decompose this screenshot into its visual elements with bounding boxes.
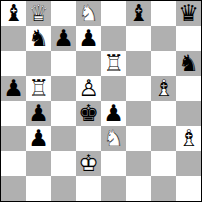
white-bishop: ♗ xyxy=(176,126,201,151)
square-e3[interactable]: ♞♘ xyxy=(101,126,126,151)
square-h3[interactable]: ♝♗ xyxy=(176,126,201,151)
square-e4[interactable]: ♟ xyxy=(101,101,126,126)
square-c1[interactable] xyxy=(51,176,76,201)
white-knight: ♘ xyxy=(76,1,101,26)
square-c7[interactable]: ♟ xyxy=(51,26,76,51)
square-f5[interactable] xyxy=(126,76,151,101)
square-h1[interactable] xyxy=(176,176,201,201)
square-g4[interactable] xyxy=(151,101,176,126)
white-knight: ♘ xyxy=(101,126,126,151)
black-pawn: ♟ xyxy=(51,26,76,51)
square-b7[interactable]: ♞ xyxy=(26,26,51,51)
square-d8[interactable]: ♞♘ xyxy=(76,1,101,26)
square-h7[interactable] xyxy=(176,26,201,51)
black-bishop: ♝ xyxy=(1,1,26,26)
white-king: ♔ xyxy=(76,151,101,176)
black-queen: ♛ xyxy=(176,1,201,26)
square-c5[interactable] xyxy=(51,76,76,101)
square-a3[interactable] xyxy=(1,126,26,151)
square-b4[interactable]: ♟ xyxy=(26,101,51,126)
square-e5[interactable] xyxy=(101,76,126,101)
square-g2[interactable] xyxy=(151,151,176,176)
square-a1[interactable] xyxy=(1,176,26,201)
square-b5[interactable]: ♜♖ xyxy=(26,76,51,101)
square-f1[interactable] xyxy=(126,176,151,201)
square-d2[interactable]: ♚♔ xyxy=(76,151,101,176)
square-f8[interactable]: ♝ xyxy=(126,1,151,26)
square-a8[interactable]: ♝ xyxy=(1,1,26,26)
square-e7[interactable] xyxy=(101,26,126,51)
square-a6[interactable] xyxy=(1,51,26,76)
square-c4[interactable] xyxy=(51,101,76,126)
square-h8[interactable]: ♛ xyxy=(176,1,201,26)
square-c8[interactable] xyxy=(51,1,76,26)
black-knight: ♞ xyxy=(176,51,201,76)
square-a5[interactable]: ♟ xyxy=(1,76,26,101)
square-g8[interactable] xyxy=(151,1,176,26)
square-b3[interactable]: ♟ xyxy=(26,126,51,151)
square-d1[interactable] xyxy=(76,176,101,201)
square-g3[interactable] xyxy=(151,126,176,151)
square-h2[interactable] xyxy=(176,151,201,176)
square-h4[interactable] xyxy=(176,101,201,126)
square-c3[interactable] xyxy=(51,126,76,151)
square-b1[interactable] xyxy=(26,176,51,201)
square-f7[interactable] xyxy=(126,26,151,51)
white-queen: ♕ xyxy=(26,1,51,26)
square-b6[interactable] xyxy=(26,51,51,76)
square-b8[interactable]: ♛♕ xyxy=(26,1,51,26)
square-f4[interactable] xyxy=(126,101,151,126)
square-e6[interactable]: ♜♖ xyxy=(101,51,126,76)
square-f6[interactable] xyxy=(126,51,151,76)
black-pawn: ♟ xyxy=(1,76,26,101)
square-d6[interactable] xyxy=(76,51,101,76)
square-d4[interactable]: ♚ xyxy=(76,101,101,126)
square-h5[interactable] xyxy=(176,76,201,101)
square-f3[interactable] xyxy=(126,126,151,151)
square-c2[interactable] xyxy=(51,151,76,176)
chess-board-grid: ♝♛♕♞♘♝♛♞♟♟♜♖♞♟♜♖♟♙♝♗♟♚♟♟♞♘♝♗♚♔ xyxy=(1,1,201,201)
square-e8[interactable] xyxy=(101,1,126,26)
square-e2[interactable] xyxy=(101,151,126,176)
square-g7[interactable] xyxy=(151,26,176,51)
square-a4[interactable] xyxy=(1,101,26,126)
black-bishop: ♝ xyxy=(126,1,151,26)
square-d7[interactable]: ♟ xyxy=(76,26,101,51)
square-g6[interactable] xyxy=(151,51,176,76)
square-h6[interactable]: ♞ xyxy=(176,51,201,76)
black-king: ♚ xyxy=(76,101,101,126)
chess-board: ♝♛♕♞♘♝♛♞♟♟♜♖♞♟♜♖♟♙♝♗♟♚♟♟♞♘♝♗♚♔ xyxy=(0,0,202,202)
square-e1[interactable] xyxy=(101,176,126,201)
square-g1[interactable] xyxy=(151,176,176,201)
square-a7[interactable] xyxy=(1,26,26,51)
square-c6[interactable] xyxy=(51,51,76,76)
square-d3[interactable] xyxy=(76,126,101,151)
square-f2[interactable] xyxy=(126,151,151,176)
square-a2[interactable] xyxy=(1,151,26,176)
black-pawn: ♟ xyxy=(26,101,51,126)
black-pawn: ♟ xyxy=(101,101,126,126)
black-pawn: ♟ xyxy=(26,126,51,151)
black-knight: ♞ xyxy=(26,26,51,51)
white-pawn: ♙ xyxy=(76,76,101,101)
square-g5[interactable]: ♝♗ xyxy=(151,76,176,101)
white-rook: ♖ xyxy=(101,51,126,76)
white-rook: ♖ xyxy=(26,76,51,101)
white-bishop: ♗ xyxy=(151,76,176,101)
black-pawn: ♟ xyxy=(76,26,101,51)
square-d5[interactable]: ♟♙ xyxy=(76,76,101,101)
square-b2[interactable] xyxy=(26,151,51,176)
